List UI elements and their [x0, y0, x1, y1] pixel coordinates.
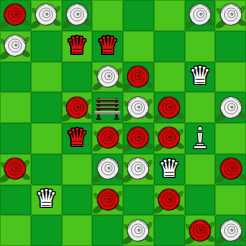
square-r2c7[interactable]: [215, 62, 246, 93]
square-r4c3[interactable]: [92, 123, 123, 154]
square-r5c1[interactable]: [31, 154, 62, 185]
square-r5c3[interactable]: [92, 154, 123, 185]
square-r2c1[interactable]: [31, 62, 62, 93]
square-r7c0[interactable]: [0, 215, 31, 246]
square-r2c0[interactable]: [0, 62, 31, 93]
square-r0c5[interactable]: [154, 0, 185, 31]
square-r0c2[interactable]: [62, 0, 93, 31]
square-r2c4[interactable]: [123, 62, 154, 93]
square-r3c0[interactable]: [0, 92, 31, 123]
square-r0c0[interactable]: [0, 0, 31, 31]
white-rose-icon: [216, 0, 246, 30]
square-r7c5[interactable]: [154, 215, 185, 246]
white-rose-icon: [123, 154, 153, 184]
square-r6c7[interactable]: [215, 185, 246, 216]
square-r6c5[interactable]: [154, 185, 185, 216]
square-r3c6[interactable]: [185, 92, 216, 123]
square-r7c3[interactable]: [92, 215, 123, 246]
square-r6c1[interactable]: ♛: [31, 185, 62, 216]
red-queen-piece: ♛: [66, 125, 88, 150]
square-r1c4[interactable]: [123, 31, 154, 62]
square-r1c7[interactable]: [215, 31, 246, 62]
square-r1c1[interactable]: [31, 31, 62, 62]
white-rose-icon: [93, 154, 123, 184]
white-rose-icon: [123, 93, 153, 123]
square-r0c6[interactable]: [185, 0, 216, 31]
square-r1c5[interactable]: [154, 31, 185, 62]
white-rose-icon: [62, 0, 92, 30]
square-r0c4[interactable]: [123, 0, 154, 31]
square-r7c7[interactable]: [215, 215, 246, 246]
square-r2c2[interactable]: [62, 62, 93, 93]
statue-icon: [186, 124, 214, 152]
square-r5c2[interactable]: [62, 154, 93, 185]
red-rose-icon: [0, 0, 30, 30]
square-r2c6[interactable]: ♛: [185, 62, 216, 93]
white-queen-piece: ♛: [35, 186, 57, 211]
square-r1c0[interactable]: [0, 31, 31, 62]
red-rose-icon: [93, 123, 123, 153]
square-r5c6[interactable]: [185, 154, 216, 185]
white-rose-icon: [93, 62, 123, 92]
square-r5c7[interactable]: [215, 154, 246, 185]
square-r4c7[interactable]: [215, 123, 246, 154]
white-rose-icon: [31, 0, 61, 30]
white-rose-icon: [185, 0, 215, 30]
white-queen-piece: ♛: [158, 156, 180, 181]
square-r6c2[interactable]: [62, 185, 93, 216]
bench-icon: [93, 93, 122, 122]
red-queen-piece: ♛: [66, 33, 88, 58]
square-r7c2[interactable]: [62, 215, 93, 246]
white-rose-icon: [0, 31, 30, 61]
red-rose-icon: [216, 154, 246, 184]
square-r2c3[interactable]: [92, 62, 123, 93]
square-r5c4[interactable]: [123, 154, 154, 185]
square-r3c7[interactable]: [215, 92, 246, 123]
red-rose-icon: [154, 185, 184, 215]
red-rose-icon: [93, 185, 123, 215]
red-rose-icon: [154, 93, 184, 123]
square-r0c1[interactable]: [31, 0, 62, 31]
red-rose-icon: [123, 123, 153, 153]
square-r1c2[interactable]: ♛: [62, 31, 93, 62]
red-queen-piece: ♛: [96, 33, 118, 58]
square-r7c4[interactable]: [123, 215, 154, 246]
square-r4c6[interactable]: [185, 123, 216, 154]
square-r4c0[interactable]: [0, 123, 31, 154]
red-rose-icon: [154, 123, 184, 153]
square-r3c2[interactable]: [62, 92, 93, 123]
square-r4c1[interactable]: [31, 123, 62, 154]
square-r1c6[interactable]: [185, 31, 216, 62]
square-r3c3[interactable]: [92, 92, 123, 123]
white-rose-icon: [216, 216, 246, 246]
square-r0c3[interactable]: [92, 0, 123, 31]
red-rose-icon: [62, 93, 92, 123]
square-r6c3[interactable]: [92, 185, 123, 216]
square-r7c6[interactable]: [185, 215, 216, 246]
white-rose-icon: [123, 216, 153, 246]
red-rose-icon: [0, 154, 30, 184]
square-r7c1[interactable]: [31, 215, 62, 246]
red-rose-icon: [123, 62, 153, 92]
square-r3c4[interactable]: [123, 92, 154, 123]
square-r4c4[interactable]: [123, 123, 154, 154]
white-rose-icon: [216, 93, 246, 123]
square-r2c5[interactable]: [154, 62, 185, 93]
square-r4c2[interactable]: ♛: [62, 123, 93, 154]
square-r3c1[interactable]: [31, 92, 62, 123]
red-rose-icon: [185, 216, 215, 246]
square-r6c4[interactable]: [123, 185, 154, 216]
square-r4c5[interactable]: [154, 123, 185, 154]
board: ♛♛♛♛♛♛: [0, 0, 246, 246]
white-queen-piece: ♛: [189, 63, 211, 88]
square-r1c3[interactable]: ♛: [92, 31, 123, 62]
square-r6c6[interactable]: [185, 185, 216, 216]
square-r6c0[interactable]: [0, 185, 31, 216]
square-r3c5[interactable]: [154, 92, 185, 123]
square-r5c0[interactable]: [0, 154, 31, 185]
square-r0c7[interactable]: [215, 0, 246, 31]
square-r5c5[interactable]: ♛: [154, 154, 185, 185]
